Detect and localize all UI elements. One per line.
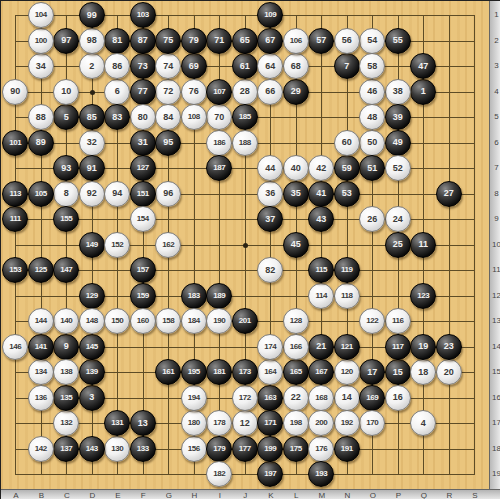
row-label-4: 4 [491, 87, 500, 97]
stone-white-28: 28 [232, 79, 258, 105]
move-number: 149 [86, 241, 98, 249]
move-number: 122 [366, 317, 378, 325]
stone-white-174: 174 [257, 334, 283, 360]
stone-white-34: 34 [28, 53, 54, 79]
move-number: 59 [342, 164, 352, 173]
move-number: 163 [264, 394, 276, 402]
stone-black-47: 47 [410, 53, 436, 79]
stone-black-83: 83 [104, 104, 130, 130]
move-number: 27 [444, 189, 454, 198]
column-label-R: R [443, 491, 456, 499]
move-number: 157 [137, 266, 149, 274]
move-number: 46 [367, 87, 377, 96]
row-label-12: 12 [491, 291, 500, 301]
stone-black-177: 177 [232, 436, 258, 462]
move-number: 23 [444, 342, 454, 351]
row-label-7: 7 [491, 163, 500, 173]
row-label-3: 3 [491, 61, 500, 71]
stone-black-137: 137 [53, 436, 79, 462]
stone-white-14: 14 [334, 385, 360, 411]
row-label-16: 16 [491, 393, 500, 403]
stone-black-195: 195 [181, 359, 207, 385]
stone-black-123: 123 [410, 283, 436, 309]
stone-white-50: 50 [359, 130, 385, 156]
stone-white-22: 22 [283, 385, 309, 411]
stone-white-80: 80 [130, 104, 156, 130]
move-number: 113 [10, 190, 21, 198]
stone-white-64: 64 [257, 53, 283, 79]
stone-black-173: 173 [232, 359, 258, 385]
move-number: 57 [316, 36, 326, 45]
move-number: 135 [60, 394, 72, 402]
stone-white-114: 114 [308, 283, 334, 309]
stone-white-150: 150 [104, 308, 130, 334]
stone-white-72: 72 [155, 79, 181, 105]
stone-black-193: 193 [308, 461, 334, 487]
move-number: 123 [417, 292, 429, 300]
row-label-19: 19 [491, 469, 500, 479]
move-number: 31 [138, 138, 148, 147]
stone-black-199: 199 [257, 436, 283, 462]
move-number: 81 [112, 36, 122, 45]
move-number: 140 [60, 317, 72, 325]
row-label-9: 9 [491, 214, 500, 224]
row-label-14: 14 [491, 342, 500, 352]
stone-white-200: 200 [308, 410, 334, 436]
move-number: 65 [240, 36, 250, 45]
stone-black-11: 11 [410, 232, 436, 258]
move-number: 104 [35, 11, 47, 19]
stone-white-2: 2 [79, 53, 105, 79]
stone-black-65: 65 [232, 28, 258, 54]
stone-black-159: 159 [130, 283, 156, 309]
stone-black-119: 119 [334, 257, 360, 283]
column-label-C: C [60, 491, 73, 499]
move-number: 161 [162, 368, 174, 376]
stone-black-97: 97 [53, 28, 79, 54]
row-coordinate-strip: 12345678910111213141516171819 [489, 1, 500, 489]
stone-black-49: 49 [385, 130, 411, 156]
move-number: 6 [115, 87, 120, 96]
move-number: 8 [64, 189, 69, 198]
move-number: 68 [291, 62, 301, 71]
move-number: 128 [290, 317, 302, 325]
move-number: 150 [111, 317, 123, 325]
stone-white-164: 164 [257, 359, 283, 385]
stone-black-61: 61 [232, 53, 258, 79]
move-number: 86 [112, 62, 122, 71]
stone-white-44: 44 [257, 155, 283, 181]
stone-white-16: 16 [385, 385, 411, 411]
stone-black-117: 117 [385, 334, 411, 360]
move-number: 89 [36, 138, 46, 147]
move-number: 197 [264, 470, 276, 478]
move-number: 14 [342, 393, 352, 402]
move-number: 172 [239, 394, 251, 402]
move-number: 49 [393, 138, 403, 147]
stone-white-128: 128 [283, 308, 309, 334]
stone-black-93: 93 [53, 155, 79, 181]
stone-black-149: 149 [79, 232, 105, 258]
stone-white-24: 24 [385, 206, 411, 232]
move-number: 38 [393, 87, 403, 96]
move-number: 130 [111, 445, 123, 453]
move-number: 180 [188, 419, 200, 427]
stone-white-76: 76 [181, 79, 207, 105]
move-number: 184 [188, 317, 200, 325]
stone-black-153: 153 [2, 257, 28, 283]
move-number: 132 [60, 419, 72, 427]
stone-black-75: 75 [155, 28, 181, 54]
stone-white-194: 194 [181, 385, 207, 411]
move-number: 56 [342, 36, 352, 45]
stone-white-32: 32 [79, 130, 105, 156]
move-number: 9 [64, 342, 69, 351]
move-number: 93 [61, 164, 71, 173]
move-number: 101 [9, 139, 21, 147]
stone-black-127: 127 [130, 155, 156, 181]
move-number: 144 [35, 317, 47, 325]
stone-white-184: 184 [181, 308, 207, 334]
move-number: 64 [265, 62, 275, 71]
move-number: 16 [393, 393, 403, 402]
move-number: 169 [366, 394, 378, 402]
move-number: 121 [341, 343, 353, 351]
stone-white-188: 188 [232, 130, 258, 156]
move-number: 120 [341, 368, 353, 376]
row-label-15: 15 [491, 367, 500, 377]
stone-black-81: 81 [104, 28, 130, 54]
stone-black-99: 99 [79, 2, 105, 28]
move-number: 133 [137, 445, 149, 453]
stone-black-39: 39 [385, 104, 411, 130]
stone-white-172: 172 [232, 385, 258, 411]
move-number: 15 [393, 368, 403, 377]
stone-black-185: 185 [232, 104, 258, 130]
go-board[interactable]: 1234567891011121314151617181920212223242… [1, 1, 489, 489]
move-number: 195 [188, 368, 200, 376]
stone-white-48: 48 [359, 104, 385, 130]
stone-black-43: 43 [308, 206, 334, 232]
stone-white-168: 168 [308, 385, 334, 411]
stone-white-46: 46 [359, 79, 385, 105]
stone-white-26: 26 [359, 206, 385, 232]
stone-black-169: 169 [359, 385, 385, 411]
go-kifu-viewer: 1234567891011121314151617181920212223242… [0, 0, 500, 499]
move-number: 42 [316, 164, 326, 173]
move-number: 175 [290, 445, 302, 453]
move-number: 193 [315, 470, 327, 478]
move-number: 35 [291, 189, 301, 198]
stone-white-98: 98 [79, 28, 105, 54]
stone-black-155: 155 [53, 206, 79, 232]
stone-white-84: 84 [155, 104, 181, 130]
move-number: 41 [316, 189, 326, 198]
column-coordinate-strip: ABCDEFGHIJKLMNOPQRS [1, 489, 500, 499]
move-number: 155 [60, 215, 72, 223]
move-number: 55 [393, 36, 403, 45]
row-label-11: 11 [491, 265, 500, 275]
stone-black-141: 141 [28, 334, 54, 360]
move-number: 185 [239, 113, 251, 121]
stone-white-90: 90 [2, 79, 28, 105]
stone-white-86: 86 [104, 53, 130, 79]
stone-black-17: 17 [359, 359, 385, 385]
move-number: 85 [87, 113, 97, 122]
stone-black-95: 95 [155, 130, 181, 156]
move-number: 7 [344, 62, 349, 71]
column-label-S: S [468, 491, 481, 499]
move-number: 97 [61, 36, 71, 45]
column-label-P: P [392, 491, 405, 499]
stone-white-130: 130 [104, 436, 130, 462]
stone-black-101: 101 [2, 130, 28, 156]
move-number: 19 [418, 342, 428, 351]
move-number: 198 [290, 419, 302, 427]
move-number: 191 [341, 445, 353, 453]
stone-white-162: 162 [155, 232, 181, 258]
stone-black-201: 201 [232, 308, 258, 334]
move-number: 179 [213, 445, 225, 453]
move-number: 194 [188, 394, 200, 402]
stone-white-108: 108 [181, 104, 207, 130]
move-number: 153 [9, 266, 21, 274]
stone-white-138: 138 [53, 359, 79, 385]
stone-white-82: 82 [257, 257, 283, 283]
stone-white-116: 116 [385, 308, 411, 334]
stone-black-25: 25 [385, 232, 411, 258]
move-number: 2 [89, 62, 94, 71]
column-label-B: B [35, 491, 48, 499]
column-label-N: N [341, 491, 354, 499]
move-number: 186 [213, 139, 225, 147]
move-number: 156 [188, 445, 200, 453]
move-number: 108 [188, 113, 200, 121]
stone-white-148: 148 [79, 308, 105, 334]
stone-black-113: 113 [2, 181, 28, 207]
move-number: 24 [393, 215, 403, 224]
move-number: 29 [291, 87, 301, 96]
column-label-L: L [290, 491, 303, 499]
stone-black-197: 197 [257, 461, 283, 487]
move-number: 76 [189, 87, 199, 96]
stone-white-56: 56 [334, 28, 360, 54]
stone-white-146: 146 [2, 334, 28, 360]
move-number: 136 [35, 394, 47, 402]
move-number: 25 [393, 240, 403, 249]
stone-white-94: 94 [104, 181, 130, 207]
stone-black-143: 143 [79, 436, 105, 462]
move-number: 80 [138, 113, 148, 122]
stone-white-140: 140 [53, 308, 79, 334]
stone-black-37: 37 [257, 206, 283, 232]
stone-black-3: 3 [79, 385, 105, 411]
stone-white-10: 10 [53, 79, 79, 105]
stone-black-179: 179 [206, 436, 232, 462]
move-number: 107 [213, 88, 225, 96]
stone-white-120: 120 [334, 359, 360, 385]
stone-black-23: 23 [436, 334, 462, 360]
move-number: 105 [35, 190, 47, 198]
stone-black-115: 115 [308, 257, 334, 283]
stone-white-198: 198 [283, 410, 309, 436]
stone-white-40: 40 [283, 155, 309, 181]
move-number: 43 [316, 215, 326, 224]
stone-black-103: 103 [130, 2, 156, 28]
move-number: 4 [421, 419, 426, 428]
stone-black-77: 77 [130, 79, 156, 105]
move-number: 1 [421, 87, 426, 96]
move-number: 151 [137, 190, 149, 198]
column-label-K: K [264, 491, 277, 499]
move-number: 166 [290, 343, 302, 351]
move-number: 82 [265, 266, 275, 275]
column-label-A: A [9, 491, 22, 499]
stone-black-19: 19 [410, 334, 436, 360]
move-number: 26 [367, 215, 377, 224]
stone-white-66: 66 [257, 79, 283, 105]
column-label-F: F [137, 491, 150, 499]
move-number: 3 [89, 393, 94, 402]
move-number: 117 [392, 343, 403, 351]
stone-white-134: 134 [28, 359, 54, 385]
move-number: 75 [163, 36, 173, 45]
move-number: 32 [87, 138, 97, 147]
move-number: 187 [213, 164, 225, 172]
stone-white-132: 132 [53, 410, 79, 436]
stone-black-21: 21 [308, 334, 334, 360]
stone-white-176: 176 [308, 436, 334, 462]
move-number: 95 [163, 138, 173, 147]
row-label-18: 18 [491, 444, 500, 454]
stone-black-167: 167 [308, 359, 334, 385]
stone-white-158: 158 [155, 308, 181, 334]
row-label-8: 8 [491, 189, 500, 199]
move-number: 45 [291, 240, 301, 249]
move-number: 28 [240, 87, 250, 96]
stone-white-42: 42 [308, 155, 334, 181]
stone-black-171: 171 [257, 410, 283, 436]
move-number: 162 [162, 241, 174, 249]
stone-black-107: 107 [206, 79, 232, 105]
stone-black-165: 165 [283, 359, 309, 385]
stone-black-105: 105 [28, 181, 54, 207]
move-number: 174 [264, 343, 276, 351]
move-number: 192 [341, 419, 353, 427]
stone-black-51: 51 [359, 155, 385, 181]
move-number: 177 [239, 445, 251, 453]
move-number: 176 [315, 445, 327, 453]
stone-white-20: 20 [436, 359, 462, 385]
stone-black-111: 111 [2, 206, 28, 232]
stone-white-70: 70 [206, 104, 232, 130]
row-label-2: 2 [491, 36, 500, 46]
stone-black-55: 55 [385, 28, 411, 54]
move-number: 18 [418, 368, 428, 377]
stone-black-133: 133 [130, 436, 156, 462]
stone-black-9: 9 [53, 334, 79, 360]
move-number: 148 [86, 317, 98, 325]
stone-white-38: 38 [385, 79, 411, 105]
stone-white-178: 178 [206, 410, 232, 436]
stone-black-109: 109 [257, 2, 283, 28]
stone-black-53: 53 [334, 181, 360, 207]
stone-white-152: 152 [104, 232, 130, 258]
move-number: 181 [213, 368, 225, 376]
row-label-5: 5 [491, 112, 500, 122]
stone-black-71: 71 [206, 28, 232, 54]
stone-black-147: 147 [53, 257, 79, 283]
column-label-O: O [366, 491, 379, 499]
move-number: 11 [419, 240, 429, 249]
column-label-E: E [111, 491, 124, 499]
column-label-I: I [213, 491, 226, 499]
move-number: 138 [60, 368, 72, 376]
move-number: 114 [316, 292, 327, 300]
move-number: 5 [64, 113, 69, 122]
stone-black-129: 129 [79, 283, 105, 309]
stone-black-7: 7 [334, 53, 360, 79]
row-label-13: 13 [491, 316, 500, 326]
move-number: 147 [60, 266, 72, 274]
stones-layer: 1234567891011121314151617181920212223242… [3, 3, 488, 488]
move-number: 119 [341, 266, 352, 274]
stone-white-182: 182 [206, 461, 232, 487]
move-number: 44 [265, 164, 275, 173]
move-number: 188 [239, 139, 251, 147]
move-number: 92 [87, 189, 97, 198]
stone-black-31: 31 [130, 130, 156, 156]
move-number: 164 [264, 368, 276, 376]
stone-white-186: 186 [206, 130, 232, 156]
move-number: 94 [112, 189, 122, 198]
move-number: 154 [137, 215, 149, 223]
move-number: 200 [315, 419, 327, 427]
move-number: 170 [366, 419, 378, 427]
move-number: 83 [112, 113, 122, 122]
stone-white-6: 6 [104, 79, 130, 105]
move-number: 53 [342, 189, 352, 198]
move-number: 143 [86, 445, 98, 453]
stone-black-35: 35 [283, 181, 309, 207]
move-number: 21 [316, 342, 326, 351]
move-number: 69 [189, 62, 199, 71]
stone-white-88: 88 [28, 104, 54, 130]
stone-white-180: 180 [181, 410, 207, 436]
stone-white-160: 160 [130, 308, 156, 334]
stone-white-142: 142 [28, 436, 54, 462]
stone-black-57: 57 [308, 28, 334, 54]
move-number: 199 [264, 445, 276, 453]
stone-white-192: 192 [334, 410, 360, 436]
move-number: 171 [264, 419, 276, 427]
move-number: 34 [36, 62, 46, 71]
move-number: 160 [137, 317, 149, 325]
move-number: 103 [137, 11, 149, 19]
move-number: 52 [393, 164, 403, 173]
move-number: 67 [265, 36, 275, 45]
stone-black-13: 13 [130, 410, 156, 436]
stone-white-106: 106 [283, 28, 309, 54]
move-number: 127 [137, 164, 149, 172]
stone-white-52: 52 [385, 155, 411, 181]
move-number: 54 [367, 36, 377, 45]
move-number: 178 [213, 419, 225, 427]
move-number: 173 [239, 368, 251, 376]
move-number: 88 [36, 113, 46, 122]
move-number: 98 [87, 36, 97, 45]
move-number: 73 [138, 62, 148, 71]
